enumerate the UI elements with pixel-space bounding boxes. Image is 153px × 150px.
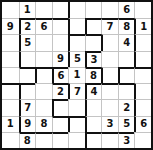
cell-r1c7[interactable]: [101, 2, 118, 18]
cell-r6c7[interactable]: [101, 83, 118, 99]
cell-r8c3[interactable]: 8: [35, 116, 52, 132]
cell-r7c3[interactable]: [35, 99, 52, 115]
cell-r7c4[interactable]: [52, 99, 69, 115]
cell-r9c1[interactable]: [2, 132, 19, 148]
cell-r8c9[interactable]: 6: [134, 116, 151, 132]
cell-r3c6[interactable]: [85, 34, 102, 50]
cell-r1c3[interactable]: [35, 2, 52, 18]
cell-r4c6[interactable]: 3: [85, 51, 102, 67]
cell-r8c2[interactable]: 9: [19, 116, 36, 132]
cell-r9c6[interactable]: [85, 132, 102, 148]
cell-r4c2[interactable]: [19, 51, 36, 67]
cell-r3c2[interactable]: 5: [19, 34, 36, 50]
cell-r6c8[interactable]: [118, 83, 135, 99]
cell-r4c7[interactable]: [101, 51, 118, 67]
cell-r6c4[interactable]: 2: [52, 83, 69, 99]
cell-r7c2[interactable]: 7: [19, 99, 36, 115]
cell-r1c9[interactable]: [134, 2, 151, 18]
cell-r7c9[interactable]: [134, 99, 151, 115]
cell-r8c5[interactable]: [68, 116, 85, 132]
cell-r8c1[interactable]: 1: [2, 116, 19, 132]
cell-r4c4[interactable]: 9: [52, 51, 69, 67]
cell-r7c5[interactable]: [68, 99, 85, 115]
cell-r6c6[interactable]: 4: [85, 83, 102, 99]
cell-r5c4[interactable]: 6: [52, 67, 69, 83]
cell-r2c3[interactable]: 6: [35, 18, 52, 34]
cell-r7c1[interactable]: [2, 99, 19, 115]
cell-r1c4[interactable]: [52, 2, 69, 18]
cell-r3c3[interactable]: [35, 34, 52, 50]
cell-r8c8[interactable]: 5: [118, 116, 135, 132]
cell-r9c3[interactable]: [35, 132, 52, 148]
cell-r5c3[interactable]: [35, 67, 52, 83]
cell-r3c7[interactable]: [101, 34, 118, 50]
cell-r3c1[interactable]: [2, 34, 19, 50]
cell-r3c8[interactable]: 4: [118, 34, 135, 50]
cell-r9c9[interactable]: [134, 132, 151, 148]
cell-r1c1[interactable]: [2, 2, 19, 18]
cell-r1c6[interactable]: [85, 2, 102, 18]
cell-r2c9[interactable]: 1: [134, 18, 151, 34]
cell-r6c1[interactable]: [2, 83, 19, 99]
cell-r5c1[interactable]: [2, 67, 19, 83]
sudoku-board: 16926781549536182747219835683: [0, 0, 153, 150]
cell-r3c9[interactable]: [134, 34, 151, 50]
cell-r8c4[interactable]: [52, 116, 69, 132]
cell-r4c8[interactable]: [118, 51, 135, 67]
cell-r3c5[interactable]: [68, 34, 85, 50]
cell-r4c5[interactable]: 5: [68, 51, 85, 67]
cell-r2c4[interactable]: [52, 18, 69, 34]
cell-r5c2[interactable]: [19, 67, 36, 83]
cell-r6c2[interactable]: [19, 83, 36, 99]
cell-r3c4[interactable]: [52, 34, 69, 50]
cell-r5c8[interactable]: [118, 67, 135, 83]
cell-r7c8[interactable]: 2: [118, 99, 135, 115]
cell-r7c7[interactable]: [101, 99, 118, 115]
cell-r9c5[interactable]: [68, 132, 85, 148]
cell-r6c3[interactable]: [35, 83, 52, 99]
cell-r4c3[interactable]: [35, 51, 52, 67]
cell-r1c8[interactable]: 6: [118, 2, 135, 18]
cell-r8c7[interactable]: 3: [101, 116, 118, 132]
cell-r5c7[interactable]: [101, 67, 118, 83]
cell-r1c2[interactable]: 1: [19, 2, 36, 18]
cell-r2c7[interactable]: 7: [101, 18, 118, 34]
cell-r5c6[interactable]: 8: [85, 67, 102, 83]
cell-r9c4[interactable]: [52, 132, 69, 148]
cell-r5c9[interactable]: [134, 67, 151, 83]
cell-r2c5[interactable]: [68, 18, 85, 34]
cell-r5c5[interactable]: 1: [68, 67, 85, 83]
cell-r6c9[interactable]: [134, 83, 151, 99]
cell-r2c8[interactable]: 8: [118, 18, 135, 34]
cell-r9c7[interactable]: [101, 132, 118, 148]
cell-r4c9[interactable]: [134, 51, 151, 67]
cell-r8c6[interactable]: [85, 116, 102, 132]
cell-r2c6[interactable]: [85, 18, 102, 34]
cell-r2c2[interactable]: 2: [19, 18, 36, 34]
cell-r7c6[interactable]: [85, 99, 102, 115]
cell-r6c5[interactable]: 7: [68, 83, 85, 99]
cell-r4c1[interactable]: [2, 51, 19, 67]
cell-r1c5[interactable]: [68, 2, 85, 18]
cell-r9c8[interactable]: 3: [118, 132, 135, 148]
cell-r2c1[interactable]: 9: [2, 18, 19, 34]
cell-r9c2[interactable]: 8: [19, 132, 36, 148]
